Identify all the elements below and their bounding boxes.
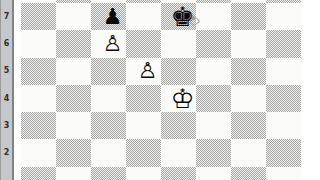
board-square[interactable] — [91, 139, 126, 166]
board-square[interactable] — [161, 112, 196, 139]
board-square[interactable]: ♔ — [161, 85, 196, 112]
rank-label-3: 3 — [1, 122, 12, 130]
board-square[interactable] — [196, 58, 231, 85]
board-square[interactable] — [126, 3, 161, 30]
board-square[interactable] — [126, 139, 161, 166]
board-square[interactable] — [21, 139, 56, 166]
board-square[interactable] — [56, 58, 91, 85]
board-square[interactable] — [266, 3, 301, 30]
board-square[interactable] — [231, 112, 266, 139]
board-square[interactable] — [196, 85, 231, 112]
board-square[interactable] — [266, 139, 301, 166]
board-square[interactable] — [56, 3, 91, 30]
board-square[interactable] — [91, 85, 126, 112]
board-square[interactable] — [56, 112, 91, 139]
rank-label-7: 7 — [1, 13, 12, 21]
chess-board[interactable]: ♟♚♙♙♔ — [21, 0, 301, 180]
board-square[interactable] — [266, 167, 301, 180]
board-square[interactable] — [161, 167, 196, 180]
board-square[interactable] — [161, 139, 196, 166]
board-square[interactable] — [196, 112, 231, 139]
board-square[interactable] — [231, 139, 266, 166]
rank-label-2: 2 — [1, 149, 12, 157]
board-square[interactable] — [196, 167, 231, 180]
board-square[interactable] — [196, 3, 231, 30]
board-square[interactable] — [56, 30, 91, 57]
rank-labels-sidebar: 7 6 5 4 3 2 — [0, 0, 14, 180]
board-square[interactable] — [21, 112, 56, 139]
window-border-right — [301, 0, 320, 180]
board-square[interactable] — [196, 139, 231, 166]
board-square[interactable] — [56, 167, 91, 180]
board-square[interactable] — [266, 112, 301, 139]
board-square[interactable] — [21, 167, 56, 180]
board-square[interactable] — [126, 85, 161, 112]
board-square[interactable] — [126, 112, 161, 139]
board-square[interactable] — [56, 139, 91, 166]
rank-label-6: 6 — [1, 40, 12, 48]
white-king[interactable]: ♔ — [170, 85, 194, 112]
board-square[interactable] — [231, 167, 266, 180]
board-square[interactable] — [231, 58, 266, 85]
chess-app-window: 7 6 5 4 3 2 ♟♚♙♙♔ ☝ — [0, 0, 320, 180]
board-square[interactable] — [231, 85, 266, 112]
board-square[interactable] — [21, 58, 56, 85]
board-square[interactable] — [161, 58, 196, 85]
board-square[interactable] — [266, 58, 301, 85]
board-square[interactable] — [196, 30, 231, 57]
white-pawn[interactable]: ♙ — [138, 60, 158, 82]
white-pawn[interactable]: ♙ — [103, 33, 123, 55]
black-pawn[interactable]: ♟ — [103, 6, 123, 28]
rank-label-5: 5 — [1, 67, 12, 75]
board-square[interactable] — [266, 30, 301, 57]
board-square[interactable]: ♙ — [126, 58, 161, 85]
board-square[interactable] — [126, 30, 161, 57]
board-square[interactable] — [21, 85, 56, 112]
board-square[interactable] — [91, 112, 126, 139]
rank-label-4: 4 — [1, 95, 12, 103]
board-square[interactable] — [56, 85, 91, 112]
board-square[interactable] — [231, 3, 266, 30]
board-square[interactable]: ♙ — [91, 30, 126, 57]
board-square[interactable] — [231, 30, 266, 57]
board-square[interactable] — [91, 58, 126, 85]
board-square[interactable] — [266, 85, 301, 112]
board-square[interactable] — [126, 167, 161, 180]
board-square[interactable] — [21, 3, 56, 30]
board-square[interactable] — [21, 30, 56, 57]
board-square[interactable]: ♟ — [91, 3, 126, 30]
board-square[interactable] — [161, 30, 196, 57]
board-square[interactable] — [91, 167, 126, 180]
